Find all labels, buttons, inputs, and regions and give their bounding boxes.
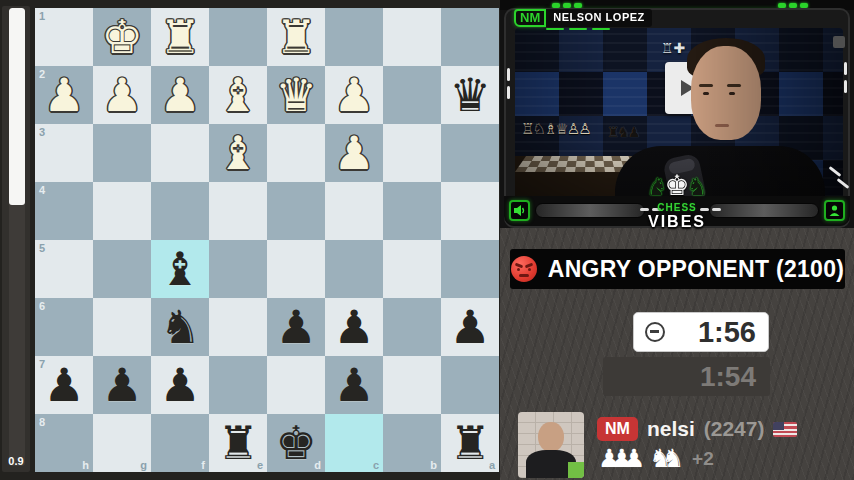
square-c1[interactable] [325, 8, 383, 66]
file-label-e: e [257, 459, 263, 471]
frame-dash [844, 80, 847, 93]
piece-black-rook: ♜ [449, 414, 490, 472]
streamer-badge-underline [546, 28, 610, 30]
square-c8[interactable]: c [325, 414, 383, 472]
logo-knight-left-icon: ♞ [646, 172, 668, 202]
square-c3[interactable]: ♟ [325, 124, 383, 182]
piece-white-king: ♚ [101, 8, 142, 66]
piece-black-bishop: ♝ [159, 240, 200, 298]
frame-dash [507, 68, 510, 81]
streamer-badge: NM NELSON LOPEZ [514, 9, 652, 27]
square-c2[interactable]: ♟ [325, 66, 383, 124]
rank-label-7: 7 [39, 358, 45, 370]
rank-label-8: 8 [39, 416, 45, 428]
piece-white-rook: ♜ [159, 8, 200, 66]
rank-label-4: 4 [39, 184, 45, 196]
square-g1[interactable]: ♚ [93, 8, 151, 66]
clock-active: 1:56 [633, 312, 769, 352]
file-label-g: g [140, 459, 147, 471]
file-label-d: d [314, 459, 321, 471]
square-h5[interactable]: 5 [35, 240, 93, 298]
square-e6[interactable] [209, 298, 267, 356]
square-d4[interactable] [267, 182, 325, 240]
square-b4[interactable] [383, 182, 441, 240]
square-h7[interactable]: 7♟ [35, 356, 93, 414]
square-e8[interactable]: e♜ [209, 414, 267, 472]
square-b5[interactable] [383, 240, 441, 298]
square-d3[interactable] [267, 124, 325, 182]
square-e7[interactable] [209, 356, 267, 414]
speaker-icon [513, 204, 526, 217]
square-g5[interactable] [93, 240, 151, 298]
piece-black-pawn: ♟ [275, 298, 316, 356]
square-d7[interactable] [267, 356, 325, 414]
viewer-iconbox [824, 200, 845, 221]
square-a2[interactable]: ♛ [441, 66, 499, 124]
material-advantage: +2 [688, 448, 714, 470]
square-a6[interactable]: ♟ [441, 298, 499, 356]
square-a1[interactable] [441, 8, 499, 66]
captured-pawns: ♟♟♟ [598, 444, 649, 473]
file-label-a: a [489, 459, 495, 471]
square-h1[interactable]: 1 [35, 8, 93, 66]
clock-inactive-time: 1:54 [603, 361, 770, 393]
eval-bar-white [9, 8, 25, 205]
piece-black-queen: ♛ [449, 66, 490, 124]
square-e2[interactable]: ♝ [209, 66, 267, 124]
square-g2[interactable]: ♟ [93, 66, 151, 124]
square-b2[interactable] [383, 66, 441, 124]
square-g6[interactable] [93, 298, 151, 356]
streamer-title-badge: NM [514, 9, 546, 27]
square-d1[interactable]: ♜ [267, 8, 325, 66]
online-status-badge [568, 462, 584, 478]
logo-knight-right-icon: ♞ [687, 172, 709, 202]
piece-black-pawn: ♟ [101, 356, 142, 414]
square-g4[interactable] [93, 182, 151, 240]
player-line: NM nelsi (2247) [597, 417, 797, 441]
angry-emoji-icon [511, 256, 537, 282]
piece-black-pawn: ♟ [333, 356, 374, 414]
square-a8[interactable]: a♜ [441, 414, 499, 472]
square-a4[interactable] [441, 182, 499, 240]
frame-dash [507, 86, 510, 99]
rank-label-2: 2 [39, 68, 45, 80]
square-f5[interactable]: ♝ [151, 240, 209, 298]
piece-black-pawn: ♟ [449, 298, 490, 356]
square-h3[interactable]: 3 [35, 124, 93, 182]
right-panel: ♖♘♗♕♙♙ ♜♞♟ ♖✚ [500, 0, 854, 480]
square-e3[interactable]: ♝ [209, 124, 267, 182]
square-c4[interactable] [325, 182, 383, 240]
square-h4[interactable]: 4 [35, 182, 93, 240]
rank-label-1: 1 [39, 10, 45, 22]
file-label-b: b [430, 459, 437, 471]
logo-chess-text: CHESS [619, 202, 735, 213]
square-b1[interactable] [383, 8, 441, 66]
stream-page: 0.9 1♚♜♜2♟♟♟♝♛♟♛3♝♟45♝6♞♟♟♟7♟♟♟♟8hgfe♜d♚… [0, 0, 854, 480]
square-a7[interactable] [441, 356, 499, 414]
eval-score: 0.9 [2, 455, 30, 467]
piece-white-pawn: ♟ [159, 66, 200, 124]
square-b3[interactable] [383, 124, 441, 182]
streamer-name: NELSON LOPEZ [546, 9, 652, 27]
square-f7[interactable]: ♟ [151, 356, 209, 414]
square-b7[interactable] [383, 356, 441, 414]
square-d8[interactable]: d♚ [267, 414, 325, 472]
player-name[interactable]: nelsi [647, 417, 695, 441]
chess-board: 1♚♜♜2♟♟♟♝♛♟♛3♝♟45♝6♞♟♟♟7♟♟♟♟8hgfe♜d♚cba♜ [35, 8, 499, 472]
piece-black-pawn: ♟ [159, 356, 200, 414]
eval-bar-track [9, 8, 25, 466]
captured-knights: ♞♞ [649, 444, 688, 473]
square-b8[interactable]: b [383, 414, 441, 472]
square-g8[interactable]: g [93, 414, 151, 472]
frame-corner-accent [833, 36, 845, 48]
square-c6[interactable]: ♟ [325, 298, 383, 356]
clock-minus-icon [645, 322, 665, 342]
clock-inactive: 1:54 [603, 357, 770, 396]
piece-black-pawn: ♟ [43, 356, 84, 414]
square-e5[interactable] [209, 240, 267, 298]
piece-black-pawn: ♟ [333, 298, 374, 356]
square-a3[interactable] [441, 124, 499, 182]
square-d6[interactable]: ♟ [267, 298, 325, 356]
piece-black-rook: ♜ [217, 414, 258, 472]
square-f8[interactable]: f [151, 414, 209, 472]
square-b6[interactable] [383, 298, 441, 356]
opponent-label: ANGRY OPPONENT (2100) [548, 256, 844, 283]
captured-pieces: ♟♟♟ ♞♞ +2 [598, 444, 714, 473]
square-f1[interactable]: ♜ [151, 8, 209, 66]
player-rating: (2247) [704, 417, 765, 441]
opponent-banner: ANGRY OPPONENT (2100) [510, 249, 845, 289]
clock-active-time: 1:56 [665, 316, 768, 349]
piece-white-pawn: ♟ [43, 66, 84, 124]
piece-white-rook: ♜ [275, 8, 316, 66]
viewer-icon [828, 204, 841, 217]
piece-black-knight: ♞ [159, 298, 200, 356]
speaker-iconbox [509, 200, 530, 221]
frame-dash [844, 62, 847, 75]
square-e4[interactable] [209, 182, 267, 240]
piece-white-bishop: ♝ [217, 66, 258, 124]
rank-label-3: 3 [39, 126, 45, 138]
eval-bar: 0.9 [2, 6, 30, 472]
rank-label-5: 5 [39, 242, 45, 254]
rank-label-6: 6 [39, 300, 45, 312]
piece-white-pawn: ♟ [333, 66, 374, 124]
player-avatar[interactable] [518, 412, 584, 478]
piece-white-queen: ♛ [275, 66, 316, 124]
square-g7[interactable]: ♟ [93, 356, 151, 414]
square-h2[interactable]: 2♟ [35, 66, 93, 124]
piece-white-bishop: ♝ [217, 124, 258, 182]
file-label-c: c [373, 459, 379, 471]
square-a5[interactable] [441, 240, 499, 298]
logo-vibes-text: VIBES [619, 213, 735, 231]
square-h6[interactable]: 6 [35, 298, 93, 356]
square-d2[interactable]: ♛ [267, 66, 325, 124]
square-c5[interactable] [325, 240, 383, 298]
file-label-h: h [82, 459, 89, 471]
square-f3[interactable] [151, 124, 209, 182]
square-c7[interactable]: ♟ [325, 356, 383, 414]
square-f4[interactable] [151, 182, 209, 240]
piece-black-king: ♚ [275, 414, 316, 472]
avatar-head [538, 422, 564, 452]
square-g3[interactable] [93, 124, 151, 182]
file-label-f: f [201, 459, 205, 471]
player-title-badge: NM [597, 417, 638, 441]
square-d5[interactable] [267, 240, 325, 298]
square-e1[interactable] [209, 8, 267, 66]
square-f2[interactable]: ♟ [151, 66, 209, 124]
square-f6[interactable]: ♞ [151, 298, 209, 356]
chessvibes-logo: ♞ ♚ ♞ CHESS VIBES [619, 168, 735, 231]
square-h8[interactable]: 8h [35, 414, 93, 472]
us-flag-icon [773, 422, 797, 437]
piece-white-pawn: ♟ [101, 66, 142, 124]
piece-white-pawn: ♟ [333, 124, 374, 182]
